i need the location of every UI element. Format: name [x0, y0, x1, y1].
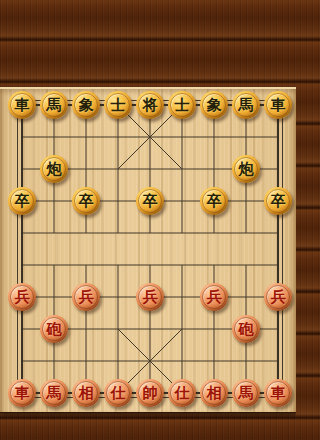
piece-black-chariot[interactable]: 車 [8, 91, 36, 119]
piece-red-soldier[interactable]: 兵 [72, 283, 100, 311]
piece-black-horse[interactable]: 馬 [40, 91, 68, 119]
piece-red-cannon[interactable]: 砲 [232, 315, 260, 343]
piece-red-elephant[interactable]: 相 [72, 379, 100, 407]
piece-red-soldier[interactable]: 兵 [8, 283, 36, 311]
piece-black-cannon[interactable]: 炮 [232, 155, 260, 183]
piece-red-chariot[interactable]: 車 [8, 379, 36, 407]
app-background: { "game": { "name": "Xiangqi (Chinese Ch… [0, 0, 296, 440]
piece-black-advisor[interactable]: 士 [168, 91, 196, 119]
piece-red-chariot[interactable]: 車 [264, 379, 292, 407]
piece-black-elephant[interactable]: 象 [72, 91, 100, 119]
piece-black-horse[interactable]: 馬 [232, 91, 260, 119]
xiangqi-board[interactable]: 車馬象士将士象馬車炮炮卒卒卒卒卒兵兵兵兵兵砲砲車馬相仕帥仕相馬車 [0, 87, 296, 413]
river [22, 233, 278, 265]
piece-black-general[interactable]: 将 [136, 91, 164, 119]
piece-red-general[interactable]: 帥 [136, 379, 164, 407]
piece-black-soldier[interactable]: 卒 [72, 187, 100, 215]
piece-black-soldier[interactable]: 卒 [200, 187, 228, 215]
piece-red-elephant[interactable]: 相 [200, 379, 228, 407]
piece-black-soldier[interactable]: 卒 [8, 187, 36, 215]
piece-red-soldier[interactable]: 兵 [264, 283, 292, 311]
piece-black-cannon[interactable]: 炮 [40, 155, 68, 183]
piece-red-cannon[interactable]: 砲 [40, 315, 68, 343]
piece-red-horse[interactable]: 馬 [40, 379, 68, 407]
piece-red-soldier[interactable]: 兵 [136, 283, 164, 311]
piece-red-horse[interactable]: 馬 [232, 379, 260, 407]
piece-black-chariot[interactable]: 車 [264, 91, 292, 119]
piece-black-soldier[interactable]: 卒 [136, 187, 164, 215]
piece-red-advisor[interactable]: 仕 [168, 379, 196, 407]
piece-black-elephant[interactable]: 象 [200, 91, 228, 119]
piece-black-advisor[interactable]: 士 [104, 91, 132, 119]
board-grid[interactable]: 車馬象士将士象馬車炮炮卒卒卒卒卒兵兵兵兵兵砲砲車馬相仕帥仕相馬車 [22, 105, 278, 393]
piece-red-soldier[interactable]: 兵 [200, 283, 228, 311]
piece-black-soldier[interactable]: 卒 [264, 187, 292, 215]
piece-red-advisor[interactable]: 仕 [104, 379, 132, 407]
